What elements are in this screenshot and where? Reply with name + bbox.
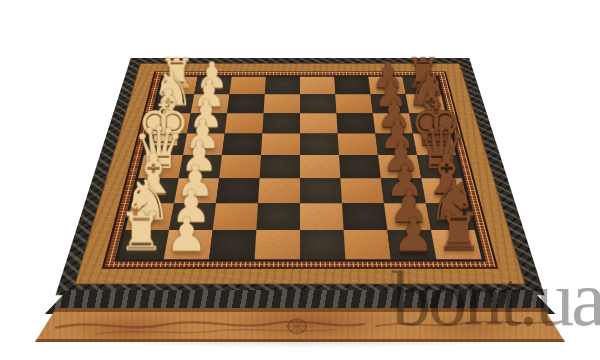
square-d7: ♟ — [378, 155, 421, 178]
square-c3 — [216, 178, 260, 203]
square-c8: ♝ — [421, 178, 468, 203]
square-h8: ♜ — [402, 77, 441, 95]
square-b8: ♞ — [426, 203, 475, 230]
square-f5 — [300, 113, 338, 133]
square-b5 — [300, 203, 344, 230]
square-g3 — [227, 94, 265, 113]
square-f1: ♝ — [149, 113, 190, 133]
decorative-border: ♜♟♟♜♞♟♟♞♝♟♟♝♚♟♟♚♛♟♟♛♝♟♟♝♞♟♟♞♜♟♟♜ — [103, 72, 497, 268]
square-c4 — [258, 178, 300, 203]
square-f6 — [336, 113, 375, 133]
square-f8: ♝ — [409, 113, 450, 133]
square-d1: ♛ — [138, 155, 183, 178]
square-c2: ♟ — [174, 178, 219, 203]
square-f2: ♟ — [187, 113, 227, 133]
square-e2: ♟ — [183, 133, 225, 155]
square-e3 — [222, 133, 262, 155]
square-f3 — [225, 113, 264, 133]
square-d2: ♟ — [179, 155, 222, 178]
chess-set-photo: ♜♟♟♜♞♟♟♞♝♟♟♝♚♟♟♚♛♟♟♛♝♟♟♝♞♟♟♞♜♟♟♜ bont.ua — [0, 0, 600, 360]
square-c6 — [340, 178, 384, 203]
square-h1: ♜ — [159, 77, 198, 95]
square-a2: ♟ — [164, 230, 213, 259]
square-f7: ♟ — [373, 113, 413, 133]
square-g2: ♟ — [191, 94, 230, 113]
square-g8: ♞ — [406, 94, 446, 113]
square-c7: ♟ — [381, 178, 426, 203]
square-g1: ♞ — [154, 94, 194, 113]
compass-rose-icon — [286, 318, 308, 335]
square-e7: ♟ — [375, 133, 417, 155]
square-g7: ♟ — [370, 94, 409, 113]
square-c1: ♝ — [132, 178, 179, 203]
square-d6 — [339, 155, 381, 178]
square-f4 — [262, 113, 300, 133]
square-c5 — [300, 178, 342, 203]
square-h2: ♟ — [194, 77, 231, 95]
square-a3 — [209, 230, 256, 259]
square-a1: ♜ — [118, 230, 169, 259]
square-h3 — [230, 77, 266, 95]
square-b6 — [342, 203, 387, 230]
square-b3 — [213, 203, 258, 230]
square-a5 — [300, 230, 345, 259]
square-g4 — [264, 94, 300, 113]
square-g5 — [300, 94, 336, 113]
square-d3 — [219, 155, 261, 178]
square-h4 — [265, 77, 300, 95]
square-a4 — [255, 230, 300, 259]
square-a6 — [344, 230, 391, 259]
checker-field: ♜♟♟♜♞♟♟♞♝♟♟♝♚♟♟♚♛♟♟♛♝♟♟♝♞♟♟♞♜♟♟♜ — [118, 77, 482, 260]
square-d4 — [260, 155, 300, 178]
square-d8: ♛ — [417, 155, 462, 178]
square-e5 — [300, 133, 339, 155]
square-h6 — [334, 77, 370, 95]
square-b2: ♟ — [169, 203, 216, 230]
square-b1: ♞ — [125, 203, 174, 230]
field-border: ♜♟♟♜♞♟♟♞♝♟♟♝♚♟♟♚♛♟♟♛♝♟♟♝♞♟♟♞♜♟♟♜ — [114, 75, 486, 261]
square-g6 — [335, 94, 373, 113]
square-h5 — [300, 77, 335, 95]
watermark-bont-ua: bont.ua — [392, 260, 600, 338]
square-b7: ♟ — [384, 203, 431, 230]
square-d5 — [300, 155, 340, 178]
square-e8: ♚ — [413, 133, 456, 155]
square-h7: ♟ — [368, 77, 405, 95]
square-e1: ♚ — [144, 133, 187, 155]
square-e6 — [338, 133, 378, 155]
square-b4 — [256, 203, 300, 230]
board-frame-margin: ♜♟♟♜♞♟♟♞♝♟♟♝♚♟♟♚♛♟♟♛♝♟♟♝♞♟♟♞♜♟♟♜ — [75, 63, 526, 284]
square-e4 — [261, 133, 300, 155]
